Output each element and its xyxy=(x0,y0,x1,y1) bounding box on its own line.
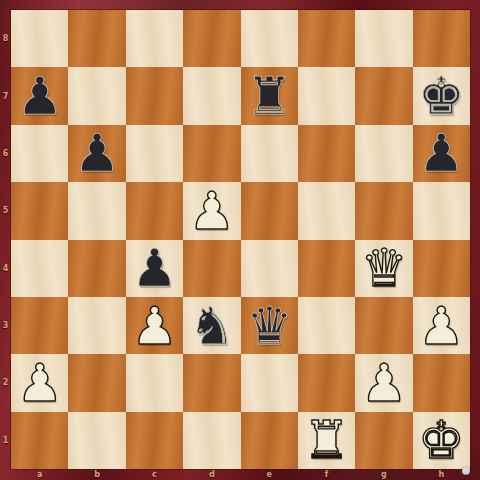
black-queen[interactable]: ♛ xyxy=(241,297,298,354)
square-d8[interactable] xyxy=(183,10,240,67)
square-e1[interactable] xyxy=(241,412,298,469)
file-label-d: d xyxy=(183,469,240,480)
black-pawn[interactable]: ♟ xyxy=(68,125,125,182)
chess-board: ♟♜♚♟♟♟♟♛♟♞♛♟♟♟♜♚ xyxy=(11,10,470,469)
black-pawn[interactable]: ♟ xyxy=(126,240,183,297)
square-d1[interactable] xyxy=(183,412,240,469)
board-frame: ♟♜♚♟♟♟♟♛♟♞♛♟♟♟♜♚ 87654321abcdefgh xyxy=(0,0,480,480)
file-label-f: f xyxy=(298,469,355,480)
black-king[interactable]: ♚ xyxy=(413,67,470,124)
square-h3[interactable]: ♟ xyxy=(413,297,470,354)
square-c8[interactable] xyxy=(126,10,183,67)
file-label-g: g xyxy=(355,469,412,480)
square-b8[interactable] xyxy=(68,10,125,67)
square-h7[interactable]: ♚ xyxy=(413,67,470,124)
white-pawn[interactable]: ♟ xyxy=(11,354,68,411)
square-g4[interactable]: ♛ xyxy=(355,240,412,297)
square-g5[interactable] xyxy=(355,182,412,239)
square-e8[interactable] xyxy=(241,10,298,67)
square-f8[interactable] xyxy=(298,10,355,67)
square-g3[interactable] xyxy=(355,297,412,354)
square-b4[interactable] xyxy=(68,240,125,297)
square-b3[interactable] xyxy=(68,297,125,354)
square-a4[interactable] xyxy=(11,240,68,297)
square-c1[interactable] xyxy=(126,412,183,469)
file-label-h: h xyxy=(413,469,470,480)
square-f4[interactable] xyxy=(298,240,355,297)
rank-label-8: 8 xyxy=(0,10,11,67)
square-g6[interactable] xyxy=(355,125,412,182)
square-f5[interactable] xyxy=(298,182,355,239)
rank-label-6: 6 xyxy=(0,125,11,182)
square-a7[interactable]: ♟ xyxy=(11,67,68,124)
square-e2[interactable] xyxy=(241,354,298,411)
file-label-b: b xyxy=(68,469,125,480)
black-pawn[interactable]: ♟ xyxy=(11,67,68,124)
square-b2[interactable] xyxy=(68,354,125,411)
square-g7[interactable] xyxy=(355,67,412,124)
white-rook[interactable]: ♜ xyxy=(298,412,355,469)
white-queen[interactable]: ♛ xyxy=(355,240,412,297)
square-a3[interactable] xyxy=(11,297,68,354)
black-pawn[interactable]: ♟ xyxy=(413,125,470,182)
square-c6[interactable] xyxy=(126,125,183,182)
square-a8[interactable] xyxy=(11,10,68,67)
white-pawn[interactable]: ♟ xyxy=(126,297,183,354)
square-a1[interactable] xyxy=(11,412,68,469)
square-h2[interactable] xyxy=(413,354,470,411)
square-d6[interactable] xyxy=(183,125,240,182)
square-f3[interactable] xyxy=(298,297,355,354)
rank-label-4: 4 xyxy=(0,240,11,297)
square-d4[interactable] xyxy=(183,240,240,297)
file-label-c: c xyxy=(126,469,183,480)
square-a5[interactable] xyxy=(11,182,68,239)
square-c2[interactable] xyxy=(126,354,183,411)
square-d2[interactable] xyxy=(183,354,240,411)
square-g2[interactable]: ♟ xyxy=(355,354,412,411)
square-e7[interactable]: ♜ xyxy=(241,67,298,124)
square-d3[interactable]: ♞ xyxy=(183,297,240,354)
square-f1[interactable]: ♜ xyxy=(298,412,355,469)
square-c4[interactable]: ♟ xyxy=(126,240,183,297)
square-b7[interactable] xyxy=(68,67,125,124)
rank-label-5: 5 xyxy=(0,182,11,239)
black-rook[interactable]: ♜ xyxy=(241,67,298,124)
square-c3[interactable]: ♟ xyxy=(126,297,183,354)
square-f6[interactable] xyxy=(298,125,355,182)
square-h6[interactable]: ♟ xyxy=(413,125,470,182)
white-pawn[interactable]: ♟ xyxy=(183,182,240,239)
rank-label-7: 7 xyxy=(0,67,11,124)
white-pawn[interactable]: ♟ xyxy=(355,354,412,411)
rank-label-1: 1 xyxy=(0,412,11,469)
square-f7[interactable] xyxy=(298,67,355,124)
square-e6[interactable] xyxy=(241,125,298,182)
rank-label-3: 3 xyxy=(0,297,11,354)
square-e4[interactable] xyxy=(241,240,298,297)
square-h5[interactable] xyxy=(413,182,470,239)
square-b6[interactable]: ♟ xyxy=(68,125,125,182)
square-c5[interactable] xyxy=(126,182,183,239)
square-g8[interactable] xyxy=(355,10,412,67)
square-f2[interactable] xyxy=(298,354,355,411)
square-a6[interactable] xyxy=(11,125,68,182)
square-d7[interactable] xyxy=(183,67,240,124)
square-g1[interactable] xyxy=(355,412,412,469)
white-king[interactable]: ♚ xyxy=(413,412,470,469)
square-c7[interactable] xyxy=(126,67,183,124)
square-e3[interactable]: ♛ xyxy=(241,297,298,354)
square-d5[interactable]: ♟ xyxy=(183,182,240,239)
square-h8[interactable] xyxy=(413,10,470,67)
square-b1[interactable] xyxy=(68,412,125,469)
square-h1[interactable]: ♚ xyxy=(413,412,470,469)
file-label-e: e xyxy=(241,469,298,480)
rank-label-2: 2 xyxy=(0,354,11,411)
square-a2[interactable]: ♟ xyxy=(11,354,68,411)
file-label-a: a xyxy=(11,469,68,480)
white-pawn[interactable]: ♟ xyxy=(413,297,470,354)
square-e5[interactable] xyxy=(241,182,298,239)
square-b5[interactable] xyxy=(68,182,125,239)
black-knight[interactable]: ♞ xyxy=(183,297,240,354)
square-h4[interactable] xyxy=(413,240,470,297)
